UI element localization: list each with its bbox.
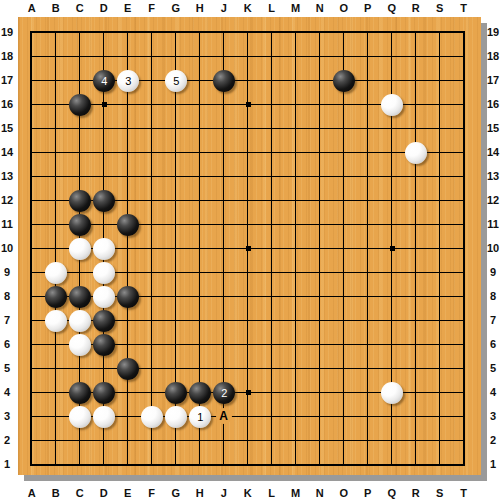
black-stone-E8[interactable] — [117, 286, 139, 308]
coord-label-9: 9 — [486, 265, 500, 279]
coord-label-D: D — [95, 486, 113, 500]
move-number-3: 3 — [125, 75, 131, 87]
coord-label-H: H — [191, 486, 209, 500]
black-stone-C8[interactable] — [69, 286, 91, 308]
coord-label-S: S — [431, 1, 449, 15]
white-stone-C3[interactable] — [69, 406, 91, 428]
white-stone-F3[interactable] — [141, 406, 163, 428]
coord-label-8: 8 — [0, 289, 14, 303]
coord-label-G: G — [167, 486, 185, 500]
coord-label-E: E — [119, 1, 137, 15]
coord-label-8: 8 — [486, 289, 500, 303]
coord-label-6: 6 — [0, 337, 14, 351]
black-stone-E5[interactable] — [117, 358, 139, 380]
black-stone-D4[interactable] — [93, 382, 115, 404]
move-number-1: 1 — [197, 411, 203, 423]
black-stone-D12[interactable] — [93, 190, 115, 212]
star-point-K16 — [246, 102, 251, 107]
coord-label-M: M — [287, 1, 305, 15]
coord-label-5: 5 — [0, 361, 14, 375]
coord-label-K: K — [239, 1, 257, 15]
black-stone-C12[interactable] — [69, 190, 91, 212]
coord-label-11: 11 — [0, 217, 14, 231]
coord-label-B: B — [47, 1, 65, 15]
coord-label-1: 1 — [0, 457, 14, 471]
coord-label-4: 4 — [486, 385, 500, 399]
coord-label-B: B — [47, 486, 65, 500]
coord-label-5: 5 — [486, 361, 500, 375]
black-stone-D7[interactable] — [93, 310, 115, 332]
coord-label-J: J — [215, 486, 233, 500]
white-stone-E17[interactable]: 3 — [117, 70, 139, 92]
white-stone-G3[interactable] — [165, 406, 187, 428]
coord-label-C: C — [71, 1, 89, 15]
white-stone-Q16[interactable] — [381, 94, 403, 116]
coord-label-F: F — [143, 1, 161, 15]
coord-label-2: 2 — [486, 433, 500, 447]
white-stone-Q4[interactable] — [381, 382, 403, 404]
coord-label-O: O — [335, 1, 353, 15]
move-number-5: 5 — [173, 75, 179, 87]
coord-label-A: A — [23, 1, 41, 15]
move-number-2: 2 — [221, 387, 227, 399]
coord-label-18: 18 — [486, 49, 500, 63]
white-stone-D9[interactable] — [93, 262, 115, 284]
coord-label-3: 3 — [486, 409, 500, 423]
coord-label-4: 4 — [0, 385, 14, 399]
white-stone-R14[interactable] — [405, 142, 427, 164]
coord-label-17: 17 — [0, 73, 14, 87]
coord-label-12: 12 — [0, 193, 14, 207]
coord-label-E: E — [119, 486, 137, 500]
white-stone-B7[interactable] — [45, 310, 67, 332]
coord-label-S: S — [431, 486, 449, 500]
coord-label-Q: Q — [383, 486, 401, 500]
coord-label-16: 16 — [486, 97, 500, 111]
coord-label-13: 13 — [0, 169, 14, 183]
coord-label-19: 19 — [486, 25, 500, 39]
coord-label-D: D — [95, 1, 113, 15]
coord-label-10: 10 — [0, 241, 14, 255]
star-point-K10 — [246, 246, 251, 251]
black-stone-H4[interactable] — [189, 382, 211, 404]
white-stone-C6[interactable] — [69, 334, 91, 356]
coord-label-18: 18 — [0, 49, 14, 63]
coord-label-L: L — [263, 486, 281, 500]
coord-label-L: L — [263, 1, 281, 15]
white-stone-H3[interactable]: 1 — [189, 406, 211, 428]
coord-label-15: 15 — [486, 121, 500, 135]
go-board[interactable]: 42351A — [18, 17, 481, 475]
coord-label-12: 12 — [486, 193, 500, 207]
coord-label-A: A — [23, 486, 41, 500]
black-stone-J4[interactable]: 2 — [213, 382, 235, 404]
coord-label-1: 1 — [486, 457, 500, 471]
coord-label-6: 6 — [486, 337, 500, 351]
white-stone-G17[interactable]: 5 — [165, 70, 187, 92]
coord-label-3: 3 — [0, 409, 14, 423]
coord-label-15: 15 — [0, 121, 14, 135]
white-stone-C7[interactable] — [69, 310, 91, 332]
coord-label-K: K — [239, 486, 257, 500]
black-stone-E11[interactable] — [117, 214, 139, 236]
coord-label-T: T — [455, 486, 473, 500]
coord-label-O: O — [335, 486, 353, 500]
black-stone-D6[interactable] — [93, 334, 115, 356]
white-stone-C10[interactable] — [69, 238, 91, 260]
coord-label-7: 7 — [0, 313, 14, 327]
coord-label-T: T — [455, 1, 473, 15]
coord-label-16: 16 — [0, 97, 14, 111]
star-point-K4 — [246, 390, 251, 395]
white-stone-B9[interactable] — [45, 262, 67, 284]
coord-label-F: F — [143, 486, 161, 500]
white-stone-D3[interactable] — [93, 406, 115, 428]
black-stone-O17[interactable] — [333, 70, 355, 92]
white-stone-D8[interactable] — [93, 286, 115, 308]
coord-label-P: P — [359, 486, 377, 500]
black-stone-C16[interactable] — [69, 94, 91, 116]
coord-label-R: R — [407, 1, 425, 15]
coord-label-19: 19 — [0, 25, 14, 39]
black-stone-C4[interactable] — [69, 382, 91, 404]
coord-label-J: J — [215, 1, 233, 15]
coord-label-N: N — [311, 486, 329, 500]
coord-label-H: H — [191, 1, 209, 15]
coord-label-11: 11 — [486, 217, 500, 231]
coord-label-13: 13 — [486, 169, 500, 183]
move-number-4: 4 — [101, 75, 107, 87]
coord-label-9: 9 — [0, 265, 14, 279]
point-label-A-J3: A — [216, 408, 232, 424]
coord-label-17: 17 — [486, 73, 500, 87]
black-stone-D17[interactable]: 4 — [93, 70, 115, 92]
coord-label-C: C — [71, 486, 89, 500]
coord-label-10: 10 — [486, 241, 500, 255]
black-stone-G4[interactable] — [165, 382, 187, 404]
white-stone-D10[interactable] — [93, 238, 115, 260]
coord-label-14: 14 — [486, 145, 500, 159]
star-point-D16 — [102, 102, 107, 107]
coord-label-2: 2 — [0, 433, 14, 447]
coord-label-N: N — [311, 1, 329, 15]
black-stone-B8[interactable] — [45, 286, 67, 308]
coord-label-R: R — [407, 486, 425, 500]
coord-label-7: 7 — [486, 313, 500, 327]
coord-label-Q: Q — [383, 1, 401, 15]
black-stone-C11[interactable] — [69, 214, 91, 236]
star-point-Q10 — [390, 246, 395, 251]
coord-label-G: G — [167, 1, 185, 15]
coord-label-14: 14 — [0, 145, 14, 159]
black-stone-J17[interactable] — [213, 70, 235, 92]
coord-label-M: M — [287, 486, 305, 500]
coord-label-P: P — [359, 1, 377, 15]
